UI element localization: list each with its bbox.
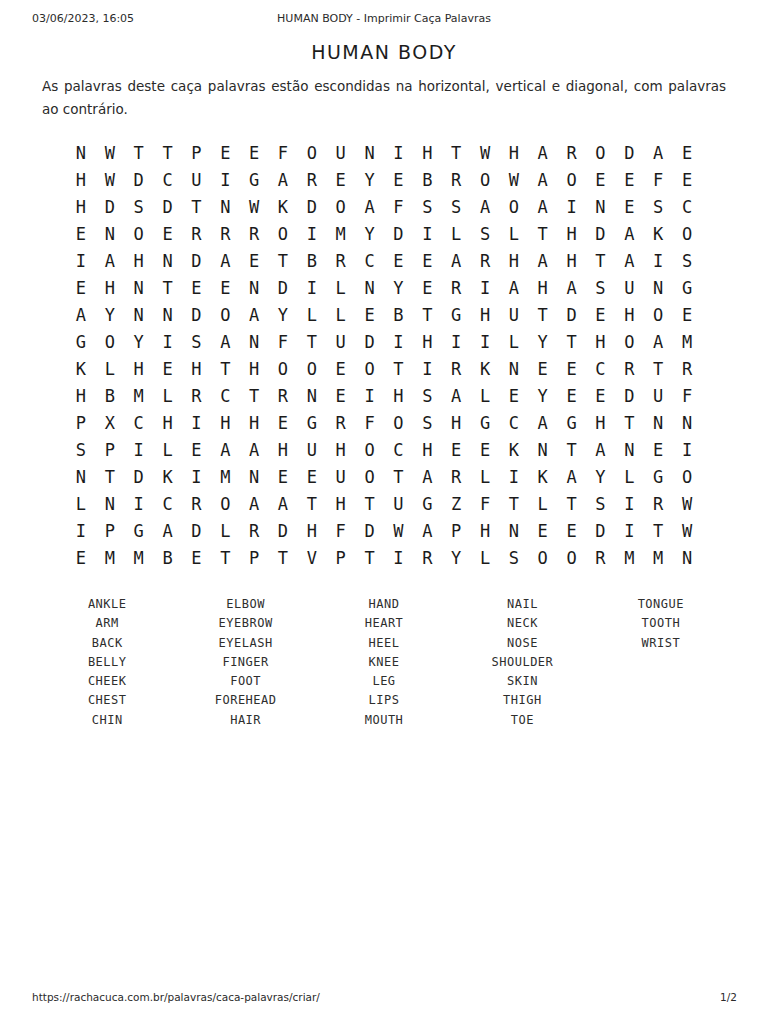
grid-cell: N	[240, 464, 269, 491]
grid-cell: E	[644, 437, 673, 464]
grid-cell: Y	[528, 383, 557, 410]
grid-cell: O	[557, 166, 586, 193]
grid-cell: L	[326, 301, 355, 328]
grid-cell: C	[673, 193, 702, 220]
grid-cell: A	[269, 166, 298, 193]
grid-cell: A	[615, 247, 644, 274]
grid-cell: C	[384, 437, 413, 464]
grid-cell: D	[615, 383, 644, 410]
grid-cell: N	[124, 274, 153, 301]
grid-cell: G	[471, 410, 500, 437]
grid-cell: T	[211, 545, 240, 572]
grid-cell: E	[326, 166, 355, 193]
grid-cell: N	[644, 410, 673, 437]
grid-cell: G	[673, 274, 702, 301]
grid-cell: C	[355, 247, 384, 274]
grid-cell: W	[240, 193, 269, 220]
grid-cell: T	[297, 328, 326, 355]
grid-cell: E	[442, 437, 471, 464]
grid-cell: R	[442, 166, 471, 193]
grid-cell: H	[557, 247, 586, 274]
grid-cell: G	[240, 166, 269, 193]
grid-cell: G	[413, 491, 442, 518]
grid-cell: R	[297, 166, 326, 193]
grid-cell: I	[67, 247, 96, 274]
grid-cell: N	[240, 328, 269, 355]
grid-cell: S	[644, 193, 673, 220]
grid-cell: A	[95, 247, 124, 274]
grid-cell: K	[528, 464, 557, 491]
word-item: EYEBROW	[176, 614, 314, 633]
grid-cell: M	[211, 464, 240, 491]
grid-cell: T	[528, 220, 557, 247]
grid-cell: I	[355, 383, 384, 410]
word-item: THIGH	[453, 691, 591, 710]
grid-cell: D	[124, 166, 153, 193]
grid-cell: I	[673, 437, 702, 464]
grid-cell: N	[355, 139, 384, 166]
grid-cell: I	[471, 328, 500, 355]
grid-cell: R	[211, 220, 240, 247]
grid-cell: W	[95, 166, 124, 193]
grid-cell: P	[240, 545, 269, 572]
grid-cell: E	[615, 166, 644, 193]
grid-cell: Y	[586, 464, 615, 491]
grid-cell: E	[586, 301, 615, 328]
grid-cell: A	[528, 139, 557, 166]
grid-cell: I	[471, 274, 500, 301]
grid-cell: L	[153, 437, 182, 464]
grid-cell: Z	[442, 491, 471, 518]
grid-cell: M	[124, 383, 153, 410]
grid-cell: R	[240, 518, 269, 545]
grid-cell: I	[413, 220, 442, 247]
word-item: ELBOW	[176, 595, 314, 614]
grid-cell: H	[413, 139, 442, 166]
grid-cell: S	[471, 220, 500, 247]
grid-cell: N	[644, 274, 673, 301]
grid-cell: H	[384, 383, 413, 410]
grid-cell: E	[67, 220, 96, 247]
grid-cell: I	[153, 328, 182, 355]
grid-cell: T	[499, 491, 528, 518]
grid-cell: I	[557, 193, 586, 220]
grid-cell: U	[644, 383, 673, 410]
grid-cell: R	[615, 356, 644, 383]
grid-cell: P	[95, 437, 124, 464]
grid-cell: D	[95, 193, 124, 220]
grid-cell: L	[153, 383, 182, 410]
grid-cell: E	[153, 356, 182, 383]
grid-cell: R	[182, 220, 211, 247]
grid-cell: O	[297, 139, 326, 166]
grid-cell: I	[644, 247, 673, 274]
grid-cell: T	[442, 139, 471, 166]
grid-cell: T	[384, 464, 413, 491]
grid-cell: T	[153, 139, 182, 166]
grid-cell: A	[528, 166, 557, 193]
grid-cell: O	[673, 464, 702, 491]
grid-cell: F	[384, 193, 413, 220]
grid-cell: R	[326, 410, 355, 437]
grid-cell: U	[384, 491, 413, 518]
grid-cell: P	[67, 410, 96, 437]
grid-cell: D	[615, 139, 644, 166]
grid-cell: T	[355, 545, 384, 572]
grid-cell: T	[269, 247, 298, 274]
grid-cell: S	[413, 383, 442, 410]
grid-cell: O	[557, 545, 586, 572]
grid-cell: N	[153, 247, 182, 274]
grid-cell: L	[499, 328, 528, 355]
grid-cell: I	[182, 464, 211, 491]
grid-cell: I	[297, 220, 326, 247]
grid-cell: Y	[384, 274, 413, 301]
grid-cell: X	[95, 410, 124, 437]
grid-cell: A	[240, 437, 269, 464]
grid-cell: I	[442, 328, 471, 355]
grid-cell: A	[67, 301, 96, 328]
grid-cell: A	[240, 491, 269, 518]
grid-cell: H	[124, 356, 153, 383]
word-item: WRIST	[592, 634, 730, 653]
grid-cell: E	[557, 356, 586, 383]
grid-cell: L	[326, 274, 355, 301]
grid-cell: W	[384, 518, 413, 545]
word-item: BACK	[38, 634, 176, 653]
grid-cell: W	[471, 139, 500, 166]
grid-cell: D	[182, 301, 211, 328]
grid-cell: T	[269, 545, 298, 572]
word-list-column: ANKLEARMBACKBELLYCHEEKCHESTCHIN	[38, 595, 176, 730]
grid-cell: O	[471, 166, 500, 193]
grid-cell: E	[586, 383, 615, 410]
word-item: SKIN	[453, 672, 591, 691]
word-item: TOE	[453, 711, 591, 730]
grid-cell: G	[67, 328, 96, 355]
grid-cell: D	[355, 518, 384, 545]
grid-cell: L	[67, 491, 96, 518]
grid-cell: E	[384, 247, 413, 274]
grid-cell: T	[615, 410, 644, 437]
word-item: HAND	[315, 595, 453, 614]
grid-cell: R	[413, 545, 442, 572]
grid-cell: E	[240, 139, 269, 166]
grid-cell: R	[442, 464, 471, 491]
grid-cell: O	[673, 220, 702, 247]
print-footer-page-number: 1/2	[720, 991, 737, 1003]
grid-cell: I	[124, 491, 153, 518]
grid-cell: A	[211, 247, 240, 274]
word-item: CHEST	[38, 691, 176, 710]
grid-cell: H	[326, 437, 355, 464]
grid-cell: I	[124, 437, 153, 464]
grid-cell: F	[269, 328, 298, 355]
grid-cell: R	[673, 356, 702, 383]
grid-cell: W	[673, 518, 702, 545]
grid-cell: D	[269, 518, 298, 545]
grid-cell: I	[384, 139, 413, 166]
grid-cell: R	[586, 545, 615, 572]
grid-cell: E	[528, 518, 557, 545]
grid-cell: T	[586, 247, 615, 274]
grid-cell: R	[326, 247, 355, 274]
grid-cell: F	[355, 410, 384, 437]
grid-cell: E	[355, 301, 384, 328]
grid-cell: D	[269, 274, 298, 301]
word-item: TONGUE	[592, 595, 730, 614]
grid-cell: U	[182, 166, 211, 193]
grid-cell: N	[95, 220, 124, 247]
grid-cell: L	[211, 518, 240, 545]
grid-cell: H	[95, 274, 124, 301]
puzzle-title: HUMAN BODY	[0, 41, 768, 63]
grid-cell: L	[471, 545, 500, 572]
word-search-grid: NWTTPEEFOUNIHTWHARODAEHWDCUIGAREYEBROWAO…	[67, 139, 702, 572]
puzzle-instructions: As palavras deste caça palavras estão es…	[42, 75, 726, 120]
grid-cell: H	[269, 437, 298, 464]
grid-cell: O	[615, 328, 644, 355]
grid-cell: U	[326, 328, 355, 355]
grid-cell: H	[471, 301, 500, 328]
word-list-column: TONGUETOOTHWRIST	[592, 595, 730, 730]
grid-cell: T	[211, 356, 240, 383]
grid-cell: N	[586, 193, 615, 220]
grid-cell: A	[269, 491, 298, 518]
word-item: MOUTH	[315, 711, 453, 730]
grid-cell: C	[586, 356, 615, 383]
grid-cell: G	[644, 464, 673, 491]
grid-cell: M	[124, 545, 153, 572]
grid-cell: E	[67, 545, 96, 572]
word-item: EYELASH	[176, 634, 314, 653]
grid-cell: R	[557, 139, 586, 166]
grid-cell: A	[557, 274, 586, 301]
grid-cell: N	[297, 383, 326, 410]
grid-cell: L	[95, 356, 124, 383]
word-item: CHIN	[38, 711, 176, 730]
word-item: NOSE	[453, 634, 591, 653]
grid-cell: E	[269, 410, 298, 437]
grid-cell: O	[297, 356, 326, 383]
grid-cell: C	[499, 410, 528, 437]
grid-cell: S	[413, 193, 442, 220]
grid-cell: C	[153, 166, 182, 193]
grid-cell: L	[297, 301, 326, 328]
grid-cell: W	[673, 491, 702, 518]
grid-cell: H	[586, 328, 615, 355]
grid-cell: Y	[124, 328, 153, 355]
grid-cell: K	[67, 356, 96, 383]
grid-cell: A	[413, 518, 442, 545]
grid-cell: B	[413, 166, 442, 193]
grid-cell: Y	[442, 545, 471, 572]
grid-cell: H	[124, 247, 153, 274]
word-list: ANKLEARMBACKBELLYCHEEKCHESTCHINELBOWEYEB…	[38, 595, 730, 730]
grid-cell: H	[153, 410, 182, 437]
word-item: NECK	[453, 614, 591, 633]
grid-cell: D	[384, 220, 413, 247]
grid-cell: E	[269, 464, 298, 491]
grid-cell: O	[211, 491, 240, 518]
grid-cell: W	[95, 139, 124, 166]
grid-cell: A	[153, 518, 182, 545]
grid-cell: O	[644, 301, 673, 328]
grid-cell: R	[182, 491, 211, 518]
grid-cell: O	[211, 301, 240, 328]
grid-cell: I	[384, 328, 413, 355]
grid-cell: D	[586, 518, 615, 545]
grid-cell: I	[211, 166, 240, 193]
grid-cell: R	[240, 220, 269, 247]
word-item: HEART	[315, 614, 453, 633]
grid-cell: N	[499, 356, 528, 383]
word-item: ANKLE	[38, 595, 176, 614]
grid-cell: T	[95, 464, 124, 491]
grid-cell: O	[355, 356, 384, 383]
grid-cell: N	[615, 437, 644, 464]
grid-cell: A	[615, 220, 644, 247]
grid-cell: K	[499, 437, 528, 464]
grid-cell: R	[471, 247, 500, 274]
grid-cell: H	[240, 356, 269, 383]
grid-cell: A	[413, 464, 442, 491]
grid-cell: N	[124, 301, 153, 328]
grid-cell: Y	[355, 220, 384, 247]
word-item: SHOULDER	[453, 653, 591, 672]
grid-cell: R	[644, 491, 673, 518]
grid-cell: G	[442, 301, 471, 328]
grid-cell: E	[471, 437, 500, 464]
grid-cell: E	[499, 383, 528, 410]
grid-cell: H	[67, 383, 96, 410]
word-item: HAIR	[176, 711, 314, 730]
grid-cell: E	[182, 545, 211, 572]
grid-cell: A	[211, 437, 240, 464]
grid-cell: A	[586, 437, 615, 464]
grid-cell: S	[413, 410, 442, 437]
grid-cell: A	[499, 274, 528, 301]
grid-cell: I	[615, 518, 644, 545]
grid-cell: F	[644, 166, 673, 193]
print-header-document-title: HUMAN BODY - Imprimir Caça Palavras	[0, 12, 768, 25]
grid-cell: E	[413, 247, 442, 274]
grid-cell: L	[615, 464, 644, 491]
word-list-column: ELBOWEYEBROWEYELASHFINGERFOOTFOREHEADHAI…	[176, 595, 314, 730]
grid-cell: F	[471, 491, 500, 518]
grid-cell: H	[471, 518, 500, 545]
grid-cell: K	[644, 220, 673, 247]
grid-cell: G	[297, 410, 326, 437]
grid-cell: S	[499, 545, 528, 572]
grid-cell: T	[557, 491, 586, 518]
grid-cell: N	[67, 464, 96, 491]
grid-cell: H	[442, 410, 471, 437]
grid-cell: N	[673, 545, 702, 572]
grid-cell: U	[297, 437, 326, 464]
grid-cell: U	[499, 301, 528, 328]
grid-cell: E	[586, 166, 615, 193]
grid-cell: N	[67, 139, 96, 166]
grid-cell: A	[644, 328, 673, 355]
word-item: HEEL	[315, 634, 453, 653]
grid-cell: I	[499, 464, 528, 491]
grid-cell: A	[528, 193, 557, 220]
grid-cell: D	[124, 464, 153, 491]
grid-cell: E	[240, 247, 269, 274]
grid-cell: Y	[355, 166, 384, 193]
grid-cell: E	[673, 139, 702, 166]
grid-cell: Y	[269, 301, 298, 328]
grid-cell: Y	[528, 328, 557, 355]
grid-cell: D	[182, 518, 211, 545]
grid-cell: O	[499, 193, 528, 220]
grid-cell: N	[355, 274, 384, 301]
grid-cell: R	[442, 356, 471, 383]
grid-cell: T	[355, 491, 384, 518]
grid-cell: H	[240, 410, 269, 437]
grid-cell: P	[442, 518, 471, 545]
grid-cell: E	[557, 518, 586, 545]
grid-cell: N	[528, 437, 557, 464]
grid-cell: A	[442, 247, 471, 274]
grid-cell: E	[153, 220, 182, 247]
grid-cell: O	[95, 328, 124, 355]
grid-cell: P	[95, 518, 124, 545]
grid-cell: I	[384, 545, 413, 572]
word-item: TOOTH	[592, 614, 730, 633]
grid-cell: H	[615, 301, 644, 328]
word-item: CHEEK	[38, 672, 176, 691]
grid-cell: D	[297, 193, 326, 220]
grid-cell: N	[240, 274, 269, 301]
grid-cell: H	[326, 491, 355, 518]
grid-cell: L	[499, 220, 528, 247]
grid-cell: R	[269, 383, 298, 410]
grid-cell: A	[442, 383, 471, 410]
grid-cell: F	[326, 518, 355, 545]
grid-cell: W	[499, 166, 528, 193]
grid-cell: E	[673, 301, 702, 328]
grid-cell: H	[528, 274, 557, 301]
grid-cell: A	[211, 328, 240, 355]
grid-cell: I	[67, 518, 96, 545]
grid-cell: H	[413, 328, 442, 355]
grid-cell: R	[182, 383, 211, 410]
grid-cell: D	[586, 220, 615, 247]
grid-cell: F	[673, 383, 702, 410]
grid-cell: L	[442, 220, 471, 247]
grid-cell: D	[153, 193, 182, 220]
grid-cell: M	[615, 545, 644, 572]
grid-cell: A	[355, 193, 384, 220]
grid-cell: K	[153, 464, 182, 491]
grid-cell: N	[95, 491, 124, 518]
grid-cell: V	[297, 545, 326, 572]
grid-cell: E	[557, 383, 586, 410]
grid-cell: M	[95, 545, 124, 572]
grid-cell: R	[442, 274, 471, 301]
word-item: FINGER	[176, 653, 314, 672]
grid-cell: D	[182, 247, 211, 274]
grid-cell: T	[182, 193, 211, 220]
grid-cell: H	[182, 356, 211, 383]
grid-cell: B	[297, 247, 326, 274]
grid-cell: N	[153, 301, 182, 328]
grid-cell: E	[673, 166, 702, 193]
grid-cell: O	[269, 220, 298, 247]
grid-cell: E	[413, 274, 442, 301]
